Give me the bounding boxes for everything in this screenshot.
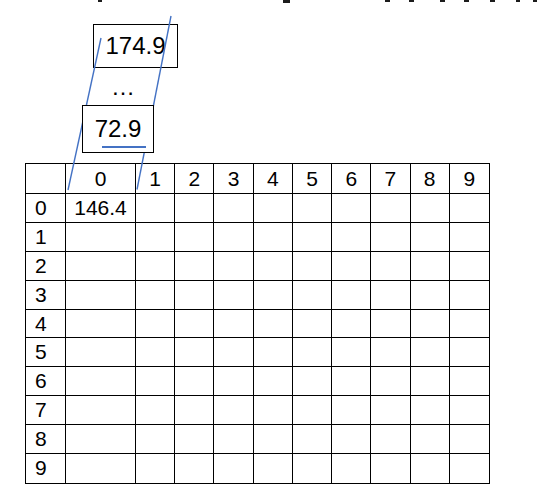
cell-4-2 bbox=[175, 310, 214, 339]
cell-9-9 bbox=[450, 454, 489, 483]
row-header-6: 6 bbox=[26, 367, 66, 396]
cell-6-9 bbox=[450, 367, 489, 396]
cell-3-3 bbox=[214, 281, 253, 310]
cell-8-2 bbox=[175, 425, 214, 454]
cell-7-6 bbox=[332, 396, 371, 425]
cell-4-0 bbox=[66, 310, 136, 339]
cell-0-9 bbox=[450, 194, 489, 223]
row-header-4: 4 bbox=[26, 310, 66, 339]
cell-2-8 bbox=[411, 252, 450, 281]
cell-5-2 bbox=[175, 338, 214, 367]
accent-underline bbox=[102, 146, 146, 148]
cell-3-8 bbox=[411, 281, 450, 310]
cell-1-1 bbox=[136, 223, 175, 252]
cell-9-2 bbox=[175, 454, 214, 483]
cell-5-7 bbox=[371, 338, 410, 367]
col-header-7: 7 bbox=[371, 164, 410, 194]
cell-1-6 bbox=[332, 223, 371, 252]
cell-4-8 bbox=[411, 310, 450, 339]
cell-0-4 bbox=[254, 194, 293, 223]
cell-4-5 bbox=[293, 310, 332, 339]
cell-7-3 bbox=[214, 396, 253, 425]
cell-1-8 bbox=[411, 223, 450, 252]
cell-0-2 bbox=[175, 194, 214, 223]
cell-6-1 bbox=[136, 367, 175, 396]
row-header-2: 2 bbox=[26, 252, 66, 281]
cell-8-7 bbox=[371, 425, 410, 454]
cell-7-0 bbox=[66, 396, 136, 425]
cell-6-8 bbox=[411, 367, 450, 396]
cell-5-9 bbox=[450, 338, 489, 367]
cell-5-5 bbox=[293, 338, 332, 367]
cell-9-3 bbox=[214, 454, 253, 483]
cell-0-7 bbox=[371, 194, 410, 223]
callout-ellipsis: … bbox=[78, 74, 168, 100]
cell-9-1 bbox=[136, 454, 175, 483]
col-header-6: 6 bbox=[332, 164, 371, 194]
cell-7-5 bbox=[293, 396, 332, 425]
cell-2-3 bbox=[214, 252, 253, 281]
cell-1-4 bbox=[254, 223, 293, 252]
cell-1-9 bbox=[450, 223, 489, 252]
cell-6-3 bbox=[214, 367, 253, 396]
cell-1-3 bbox=[214, 223, 253, 252]
cell-2-4 bbox=[254, 252, 293, 281]
cell-1-5 bbox=[293, 223, 332, 252]
row-header-5: 5 bbox=[26, 338, 66, 367]
corner-cell bbox=[26, 164, 66, 194]
row-header-8: 8 bbox=[26, 425, 66, 454]
cell-2-6 bbox=[332, 252, 371, 281]
cell-8-0 bbox=[66, 425, 136, 454]
cell-0-0: 146.4 bbox=[66, 194, 136, 223]
col-header-1: 1 bbox=[136, 164, 175, 194]
row-header-9: 9 bbox=[26, 454, 66, 483]
cell-3-2 bbox=[175, 281, 214, 310]
cell-2-7 bbox=[371, 252, 410, 281]
cell-6-4 bbox=[254, 367, 293, 396]
cell-5-0 bbox=[66, 338, 136, 367]
cell-6-0 bbox=[66, 367, 136, 396]
col-header-5: 5 bbox=[293, 164, 332, 194]
col-header-3: 3 bbox=[214, 164, 253, 194]
cell-7-7 bbox=[371, 396, 410, 425]
cell-2-9 bbox=[450, 252, 489, 281]
cell-7-1 bbox=[136, 396, 175, 425]
callout-bottom-value: 72.9 bbox=[95, 115, 142, 143]
cell-6-5 bbox=[293, 367, 332, 396]
cell-8-5 bbox=[293, 425, 332, 454]
callout-box-bottom: 72.9 bbox=[82, 105, 154, 153]
cell-7-8 bbox=[411, 396, 450, 425]
row-header-1: 1 bbox=[26, 223, 66, 252]
cell-9-8 bbox=[411, 454, 450, 483]
cell-7-2 bbox=[175, 396, 214, 425]
cell-3-1 bbox=[136, 281, 175, 310]
cell-5-4 bbox=[254, 338, 293, 367]
cell-8-1 bbox=[136, 425, 175, 454]
cell-2-1 bbox=[136, 252, 175, 281]
cell-0-6 bbox=[332, 194, 371, 223]
cell-3-7 bbox=[371, 281, 410, 310]
cell-4-7 bbox=[371, 310, 410, 339]
cell-5-6 bbox=[332, 338, 371, 367]
cell-9-0 bbox=[66, 454, 136, 483]
cell-3-9 bbox=[450, 281, 489, 310]
cell-4-6 bbox=[332, 310, 371, 339]
cell-3-4 bbox=[254, 281, 293, 310]
cell-1-0 bbox=[66, 223, 136, 252]
cell-8-4 bbox=[254, 425, 293, 454]
callout-top-value: 174.9 bbox=[105, 32, 165, 60]
cell-2-5 bbox=[293, 252, 332, 281]
cell-7-9 bbox=[450, 396, 489, 425]
cell-5-1 bbox=[136, 338, 175, 367]
cell-5-3 bbox=[214, 338, 253, 367]
cell-8-3 bbox=[214, 425, 253, 454]
cell-0-8 bbox=[411, 194, 450, 223]
cell-2-2 bbox=[175, 252, 214, 281]
cell-7-4 bbox=[254, 396, 293, 425]
cell-3-6 bbox=[332, 281, 371, 310]
cell-9-7 bbox=[371, 454, 410, 483]
cell-5-8 bbox=[411, 338, 450, 367]
cell-8-6 bbox=[332, 425, 371, 454]
cell-1-7 bbox=[371, 223, 410, 252]
cell-8-8 bbox=[411, 425, 450, 454]
cell-6-6 bbox=[332, 367, 371, 396]
cell-3-0 bbox=[66, 281, 136, 310]
row-header-0: 0 bbox=[26, 194, 66, 223]
col-header-8: 8 bbox=[411, 164, 450, 194]
cell-4-9 bbox=[450, 310, 489, 339]
cell-9-5 bbox=[293, 454, 332, 483]
cell-9-6 bbox=[332, 454, 371, 483]
slide-canvas: 01234567890146.4123456789 174.9 … 72.9 bbox=[0, 0, 541, 496]
callout-box-top: 174.9 bbox=[93, 24, 178, 68]
cell-8-9 bbox=[450, 425, 489, 454]
cell-6-7 bbox=[371, 367, 410, 396]
col-header-9: 9 bbox=[450, 164, 489, 194]
cell-3-5 bbox=[293, 281, 332, 310]
cell-4-4 bbox=[254, 310, 293, 339]
cell-1-2 bbox=[175, 223, 214, 252]
cell-4-1 bbox=[136, 310, 175, 339]
cell-0-1 bbox=[136, 194, 175, 223]
cell-2-0 bbox=[66, 252, 136, 281]
cell-0-3 bbox=[214, 194, 253, 223]
col-header-2: 2 bbox=[175, 164, 214, 194]
cell-9-4 bbox=[254, 454, 293, 483]
grid-table: 01234567890146.4123456789 bbox=[25, 163, 490, 484]
cell-4-3 bbox=[214, 310, 253, 339]
row-header-3: 3 bbox=[26, 281, 66, 310]
cell-6-2 bbox=[175, 367, 214, 396]
row-header-7: 7 bbox=[26, 396, 66, 425]
col-header-0: 0 bbox=[66, 164, 136, 194]
cell-0-5 bbox=[293, 194, 332, 223]
col-header-4: 4 bbox=[254, 164, 293, 194]
